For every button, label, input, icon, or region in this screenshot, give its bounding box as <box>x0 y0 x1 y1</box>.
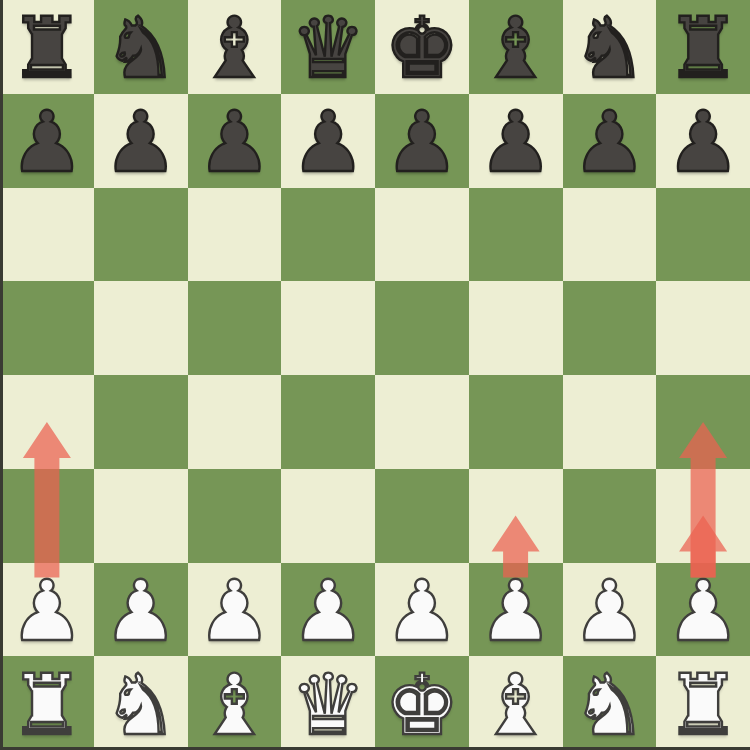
black-rook-h8[interactable]: ♜ <box>656 0 750 94</box>
square-c5[interactable] <box>188 281 282 375</box>
black-knight-b8[interactable]: ♞ <box>94 0 188 94</box>
square-g6[interactable] <box>563 188 657 282</box>
square-f3[interactable] <box>469 469 563 563</box>
black-pawn-a7[interactable]: ♟ <box>0 94 94 188</box>
square-g2[interactable]: ♟ <box>563 563 657 657</box>
square-g3[interactable] <box>563 469 657 563</box>
square-h1[interactable]: ♜ <box>656 656 750 750</box>
square-g1[interactable]: ♞ <box>563 656 657 750</box>
square-a2[interactable]: ♟ <box>0 563 94 657</box>
square-f1[interactable]: ♝ <box>469 656 563 750</box>
square-a3[interactable] <box>0 469 94 563</box>
white-queen-d1[interactable]: ♛ <box>281 656 375 750</box>
square-e7[interactable]: ♟ <box>375 94 469 188</box>
square-c3[interactable] <box>188 469 282 563</box>
black-bishop-f8[interactable]: ♝ <box>469 0 563 94</box>
white-pawn-f2[interactable]: ♟ <box>469 563 563 657</box>
square-h3[interactable] <box>656 469 750 563</box>
black-pawn-c7[interactable]: ♟ <box>188 94 282 188</box>
square-e2[interactable]: ♟ <box>375 563 469 657</box>
black-rook-a8[interactable]: ♜ <box>0 0 94 94</box>
square-b4[interactable] <box>94 375 188 469</box>
black-pawn-e7[interactable]: ♟ <box>375 94 469 188</box>
square-d6[interactable] <box>281 188 375 282</box>
board-edge-left <box>0 0 3 750</box>
square-e8[interactable]: ♚ <box>375 0 469 94</box>
square-e1[interactable]: ♚ <box>375 656 469 750</box>
square-e6[interactable] <box>375 188 469 282</box>
square-g5[interactable] <box>563 281 657 375</box>
white-pawn-h2[interactable]: ♟ <box>656 563 750 657</box>
square-c2[interactable]: ♟ <box>188 563 282 657</box>
white-pawn-d2[interactable]: ♟ <box>281 563 375 657</box>
black-bishop-c8[interactable]: ♝ <box>188 0 282 94</box>
square-a5[interactable] <box>0 281 94 375</box>
square-a8[interactable]: ♜ <box>0 0 94 94</box>
square-g4[interactable] <box>563 375 657 469</box>
square-a4[interactable] <box>0 375 94 469</box>
white-bishop-f1[interactable]: ♝ <box>469 656 563 750</box>
square-d1[interactable]: ♛ <box>281 656 375 750</box>
square-e3[interactable] <box>375 469 469 563</box>
square-c1[interactable]: ♝ <box>188 656 282 750</box>
square-b3[interactable] <box>94 469 188 563</box>
square-c8[interactable]: ♝ <box>188 0 282 94</box>
square-h8[interactable]: ♜ <box>656 0 750 94</box>
white-pawn-b2[interactable]: ♟ <box>94 563 188 657</box>
white-rook-a1[interactable]: ♜ <box>0 656 94 750</box>
square-h5[interactable] <box>656 281 750 375</box>
board-container: ♜♞♝♛♚♝♞♜♟♟♟♟♟♟♟♟♟♟♟♟♟♟♟♟♜♞♝♛♚♝♞♜ <box>0 0 750 750</box>
square-b8[interactable]: ♞ <box>94 0 188 94</box>
square-h4[interactable] <box>656 375 750 469</box>
square-b5[interactable] <box>94 281 188 375</box>
black-pawn-d7[interactable]: ♟ <box>281 94 375 188</box>
black-king-e8[interactable]: ♚ <box>375 0 469 94</box>
black-knight-g8[interactable]: ♞ <box>563 0 657 94</box>
square-c6[interactable] <box>188 188 282 282</box>
black-queen-d8[interactable]: ♛ <box>281 0 375 94</box>
square-h2[interactable]: ♟ <box>656 563 750 657</box>
black-pawn-b7[interactable]: ♟ <box>94 94 188 188</box>
square-f7[interactable]: ♟ <box>469 94 563 188</box>
square-c7[interactable]: ♟ <box>188 94 282 188</box>
square-g7[interactable]: ♟ <box>563 94 657 188</box>
square-b1[interactable]: ♞ <box>94 656 188 750</box>
square-d7[interactable]: ♟ <box>281 94 375 188</box>
square-d8[interactable]: ♛ <box>281 0 375 94</box>
black-pawn-g7[interactable]: ♟ <box>563 94 657 188</box>
square-f2[interactable]: ♟ <box>469 563 563 657</box>
square-e4[interactable] <box>375 375 469 469</box>
square-d2[interactable]: ♟ <box>281 563 375 657</box>
white-pawn-e2[interactable]: ♟ <box>375 563 469 657</box>
square-f6[interactable] <box>469 188 563 282</box>
square-b2[interactable]: ♟ <box>94 563 188 657</box>
square-d3[interactable] <box>281 469 375 563</box>
square-f5[interactable] <box>469 281 563 375</box>
white-pawn-a2[interactable]: ♟ <box>0 563 94 657</box>
chess-board: ♜♞♝♛♚♝♞♜♟♟♟♟♟♟♟♟♟♟♟♟♟♟♟♟♜♞♝♛♚♝♞♜ <box>0 0 750 750</box>
square-d5[interactable] <box>281 281 375 375</box>
square-g8[interactable]: ♞ <box>563 0 657 94</box>
square-e5[interactable] <box>375 281 469 375</box>
black-pawn-h7[interactable]: ♟ <box>656 94 750 188</box>
square-f4[interactable] <box>469 375 563 469</box>
white-bishop-c1[interactable]: ♝ <box>188 656 282 750</box>
white-rook-h1[interactable]: ♜ <box>656 656 750 750</box>
white-king-e1[interactable]: ♚ <box>375 656 469 750</box>
square-h6[interactable] <box>656 188 750 282</box>
square-a1[interactable]: ♜ <box>0 656 94 750</box>
square-b6[interactable] <box>94 188 188 282</box>
square-d4[interactable] <box>281 375 375 469</box>
square-h7[interactable]: ♟ <box>656 94 750 188</box>
white-pawn-g2[interactable]: ♟ <box>563 563 657 657</box>
square-b7[interactable]: ♟ <box>94 94 188 188</box>
white-knight-g1[interactable]: ♞ <box>563 656 657 750</box>
square-c4[interactable] <box>188 375 282 469</box>
square-a7[interactable]: ♟ <box>0 94 94 188</box>
white-knight-b1[interactable]: ♞ <box>94 656 188 750</box>
square-a6[interactable] <box>0 188 94 282</box>
black-pawn-f7[interactable]: ♟ <box>469 94 563 188</box>
square-f8[interactable]: ♝ <box>469 0 563 94</box>
white-pawn-c2[interactable]: ♟ <box>188 563 282 657</box>
